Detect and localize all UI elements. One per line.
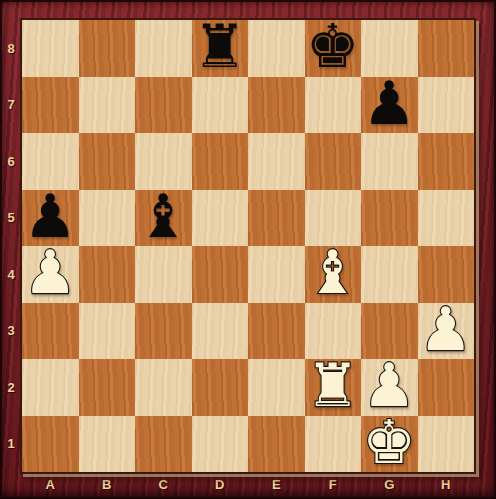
piece-white-pawn-h3[interactable]: ♟ bbox=[419, 303, 473, 359]
square-c4[interactable] bbox=[135, 246, 192, 303]
square-h3[interactable]: ♟ bbox=[418, 303, 475, 360]
rank-label-7: 7 bbox=[0, 77, 22, 134]
square-b4[interactable] bbox=[79, 246, 136, 303]
square-d7[interactable] bbox=[192, 77, 249, 134]
file-label-c: C bbox=[135, 472, 192, 499]
square-a3[interactable] bbox=[22, 303, 79, 360]
square-e2[interactable] bbox=[248, 359, 305, 416]
chess-board: ♜♚♟♟♝♟♝♟♜♟♚ bbox=[22, 20, 474, 472]
square-f1[interactable] bbox=[305, 416, 362, 473]
square-e4[interactable] bbox=[248, 246, 305, 303]
piece-white-rook-f2[interactable]: ♜ bbox=[306, 359, 360, 415]
square-c1[interactable] bbox=[135, 416, 192, 473]
square-f5[interactable] bbox=[305, 190, 362, 247]
square-c7[interactable] bbox=[135, 77, 192, 134]
square-a4[interactable]: ♟ bbox=[22, 246, 79, 303]
square-f7[interactable] bbox=[305, 77, 362, 134]
square-c3[interactable] bbox=[135, 303, 192, 360]
rank-label-5: 5 bbox=[0, 190, 22, 247]
square-a6[interactable] bbox=[22, 133, 79, 190]
square-h4[interactable] bbox=[418, 246, 475, 303]
square-f8[interactable]: ♚ bbox=[305, 20, 362, 77]
file-label-e: E bbox=[248, 472, 305, 499]
square-e1[interactable] bbox=[248, 416, 305, 473]
square-g5[interactable] bbox=[361, 190, 418, 247]
file-label-a: A bbox=[22, 472, 79, 499]
square-d5[interactable] bbox=[192, 190, 249, 247]
square-h2[interactable] bbox=[418, 359, 475, 416]
square-a8[interactable] bbox=[22, 20, 79, 77]
square-e5[interactable] bbox=[248, 190, 305, 247]
piece-black-rook-d8[interactable]: ♜ bbox=[193, 20, 247, 76]
square-h8[interactable] bbox=[418, 20, 475, 77]
square-f4[interactable]: ♝ bbox=[305, 246, 362, 303]
square-f3[interactable] bbox=[305, 303, 362, 360]
square-b7[interactable] bbox=[79, 77, 136, 134]
square-b6[interactable] bbox=[79, 133, 136, 190]
square-e3[interactable] bbox=[248, 303, 305, 360]
square-c6[interactable] bbox=[135, 133, 192, 190]
square-g7[interactable]: ♟ bbox=[361, 77, 418, 134]
square-c5[interactable]: ♝ bbox=[135, 190, 192, 247]
square-g4[interactable] bbox=[361, 246, 418, 303]
file-label-b: B bbox=[79, 472, 136, 499]
square-g2[interactable]: ♟ bbox=[361, 359, 418, 416]
square-f2[interactable]: ♜ bbox=[305, 359, 362, 416]
square-e7[interactable] bbox=[248, 77, 305, 134]
rank-label-3: 3 bbox=[0, 303, 22, 360]
piece-white-bishop-f4[interactable]: ♝ bbox=[306, 246, 360, 302]
square-h6[interactable] bbox=[418, 133, 475, 190]
file-labels: ABCDEFGH bbox=[22, 472, 474, 499]
rank-label-2: 2 bbox=[0, 359, 22, 416]
rank-label-1: 1 bbox=[0, 416, 22, 473]
square-h5[interactable] bbox=[418, 190, 475, 247]
square-c2[interactable] bbox=[135, 359, 192, 416]
chess-diagram: 87654321 ABCDEFGH ♜♚♟♟♝♟♝♟♜♟♚ bbox=[0, 0, 496, 499]
piece-black-pawn-g7[interactable]: ♟ bbox=[362, 77, 416, 133]
square-b8[interactable] bbox=[79, 20, 136, 77]
square-c8[interactable] bbox=[135, 20, 192, 77]
square-d8[interactable]: ♜ bbox=[192, 20, 249, 77]
square-d2[interactable] bbox=[192, 359, 249, 416]
square-g6[interactable] bbox=[361, 133, 418, 190]
file-label-h: H bbox=[418, 472, 475, 499]
square-d6[interactable] bbox=[192, 133, 249, 190]
square-b1[interactable] bbox=[79, 416, 136, 473]
square-a2[interactable] bbox=[22, 359, 79, 416]
piece-black-king-f8[interactable]: ♚ bbox=[306, 20, 360, 76]
square-b3[interactable] bbox=[79, 303, 136, 360]
square-d3[interactable] bbox=[192, 303, 249, 360]
square-d4[interactable] bbox=[192, 246, 249, 303]
rank-label-6: 6 bbox=[0, 133, 22, 190]
square-e6[interactable] bbox=[248, 133, 305, 190]
square-f6[interactable] bbox=[305, 133, 362, 190]
square-d1[interactable] bbox=[192, 416, 249, 473]
square-h1[interactable] bbox=[418, 416, 475, 473]
square-b2[interactable] bbox=[79, 359, 136, 416]
square-g1[interactable]: ♚ bbox=[361, 416, 418, 473]
square-e8[interactable] bbox=[248, 20, 305, 77]
piece-black-pawn-a5[interactable]: ♟ bbox=[23, 190, 77, 246]
rank-label-4: 4 bbox=[0, 246, 22, 303]
file-label-f: F bbox=[305, 472, 362, 499]
square-g8[interactable] bbox=[361, 20, 418, 77]
square-g3[interactable] bbox=[361, 303, 418, 360]
rank-label-8: 8 bbox=[0, 20, 22, 77]
piece-white-king-g1[interactable]: ♚ bbox=[362, 416, 416, 472]
square-a1[interactable] bbox=[22, 416, 79, 473]
piece-black-bishop-c5[interactable]: ♝ bbox=[136, 190, 190, 246]
piece-white-pawn-g2[interactable]: ♟ bbox=[362, 359, 416, 415]
rank-labels: 87654321 bbox=[0, 20, 22, 472]
file-label-d: D bbox=[192, 472, 249, 499]
square-a5[interactable]: ♟ bbox=[22, 190, 79, 247]
piece-white-pawn-a4[interactable]: ♟ bbox=[23, 246, 77, 302]
file-label-g: G bbox=[361, 472, 418, 499]
square-a7[interactable] bbox=[22, 77, 79, 134]
square-b5[interactable] bbox=[79, 190, 136, 247]
square-h7[interactable] bbox=[418, 77, 475, 134]
